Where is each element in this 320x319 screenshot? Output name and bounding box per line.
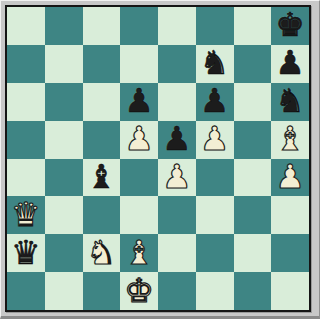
square-c6[interactable] — [83, 83, 121, 121]
square-g7[interactable] — [234, 45, 272, 83]
square-a2[interactable]: ♛ — [7, 234, 45, 272]
square-b6[interactable] — [45, 83, 83, 121]
piece-black-queen[interactable]: ♛ — [11, 236, 41, 269]
piece-black-pawn[interactable]: ♟ — [162, 122, 192, 155]
square-e4[interactable]: ♟ — [158, 159, 196, 197]
piece-white-knight[interactable]: ♞ — [87, 236, 117, 269]
piece-white-bishop[interactable]: ♝ — [124, 236, 154, 269]
piece-white-bishop[interactable]: ♝ — [275, 122, 305, 155]
square-h3[interactable] — [271, 196, 309, 234]
board-frame: ♚♞♟♟♟♞♟♟♟♝♝♟♟♛♛♞♝♚ — [5, 5, 311, 312]
square-h1[interactable] — [271, 272, 309, 310]
piece-white-pawn[interactable]: ♟ — [162, 160, 192, 193]
piece-white-queen[interactable]: ♛ — [11, 198, 41, 231]
square-d1[interactable]: ♚ — [120, 272, 158, 310]
square-f5[interactable]: ♟ — [196, 121, 234, 159]
piece-black-knight[interactable]: ♞ — [200, 46, 230, 79]
square-h8[interactable]: ♚ — [271, 7, 309, 45]
square-c8[interactable] — [83, 7, 121, 45]
piece-black-knight[interactable]: ♞ — [275, 84, 305, 117]
square-e6[interactable] — [158, 83, 196, 121]
square-g4[interactable] — [234, 159, 272, 197]
square-f4[interactable] — [196, 159, 234, 197]
square-f2[interactable] — [196, 234, 234, 272]
square-h6[interactable]: ♞ — [271, 83, 309, 121]
square-c4[interactable]: ♝ — [83, 159, 121, 197]
square-g6[interactable] — [234, 83, 272, 121]
square-b2[interactable] — [45, 234, 83, 272]
square-e3[interactable] — [158, 196, 196, 234]
square-a8[interactable] — [7, 7, 45, 45]
piece-black-pawn[interactable]: ♟ — [200, 84, 230, 117]
square-b7[interactable] — [45, 45, 83, 83]
square-h7[interactable]: ♟ — [271, 45, 309, 83]
square-b5[interactable] — [45, 121, 83, 159]
square-g3[interactable] — [234, 196, 272, 234]
square-b8[interactable] — [45, 7, 83, 45]
square-a5[interactable] — [7, 121, 45, 159]
piece-black-pawn[interactable]: ♟ — [124, 84, 154, 117]
square-d5[interactable]: ♟ — [120, 121, 158, 159]
piece-white-pawn[interactable]: ♟ — [124, 122, 154, 155]
chess-board: ♚♞♟♟♟♞♟♟♟♝♝♟♟♛♛♞♝♚ — [7, 7, 309, 310]
square-f1[interactable] — [196, 272, 234, 310]
piece-black-bishop[interactable]: ♝ — [87, 160, 117, 193]
square-h5[interactable]: ♝ — [271, 121, 309, 159]
square-g8[interactable] — [234, 7, 272, 45]
square-e2[interactable] — [158, 234, 196, 272]
square-h4[interactable]: ♟ — [271, 159, 309, 197]
square-e1[interactable] — [158, 272, 196, 310]
square-f8[interactable] — [196, 7, 234, 45]
square-c5[interactable] — [83, 121, 121, 159]
square-d2[interactable]: ♝ — [120, 234, 158, 272]
square-a4[interactable] — [7, 159, 45, 197]
square-h2[interactable] — [271, 234, 309, 272]
square-f7[interactable]: ♞ — [196, 45, 234, 83]
square-g2[interactable] — [234, 234, 272, 272]
piece-white-king[interactable]: ♚ — [124, 274, 154, 307]
square-b3[interactable] — [45, 196, 83, 234]
square-d4[interactable] — [120, 159, 158, 197]
piece-black-pawn[interactable]: ♟ — [275, 46, 305, 79]
piece-black-king[interactable]: ♚ — [275, 8, 305, 41]
piece-white-pawn[interactable]: ♟ — [200, 122, 230, 155]
chess-board-window: ♚♞♟♟♟♞♟♟♟♝♝♟♟♛♛♞♝♚ — [0, 0, 320, 319]
square-c3[interactable] — [83, 196, 121, 234]
square-a3[interactable]: ♛ — [7, 196, 45, 234]
square-e7[interactable] — [158, 45, 196, 83]
square-f3[interactable] — [196, 196, 234, 234]
square-b1[interactable] — [45, 272, 83, 310]
square-a7[interactable] — [7, 45, 45, 83]
square-a1[interactable] — [7, 272, 45, 310]
square-f6[interactable]: ♟ — [196, 83, 234, 121]
square-g1[interactable] — [234, 272, 272, 310]
square-c1[interactable] — [83, 272, 121, 310]
square-d8[interactable] — [120, 7, 158, 45]
square-d7[interactable] — [120, 45, 158, 83]
square-b4[interactable] — [45, 159, 83, 197]
square-c7[interactable] — [83, 45, 121, 83]
square-e8[interactable] — [158, 7, 196, 45]
square-a6[interactable] — [7, 83, 45, 121]
square-d3[interactable] — [120, 196, 158, 234]
square-e5[interactable]: ♟ — [158, 121, 196, 159]
piece-white-pawn[interactable]: ♟ — [275, 160, 305, 193]
square-c2[interactable]: ♞ — [83, 234, 121, 272]
square-g5[interactable] — [234, 121, 272, 159]
square-d6[interactable]: ♟ — [120, 83, 158, 121]
